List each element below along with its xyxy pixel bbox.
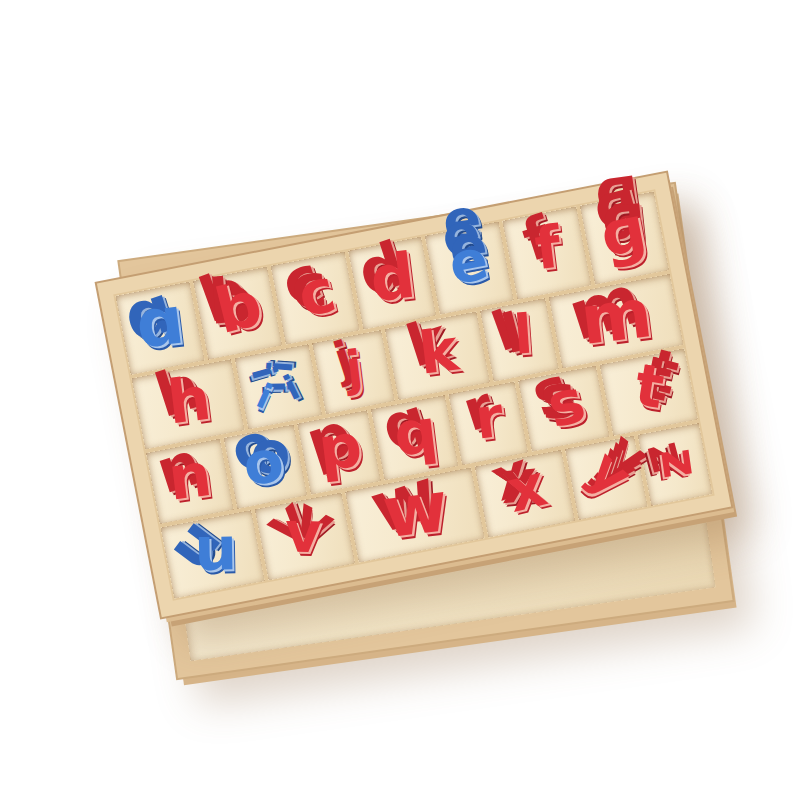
compartment-w: ww bbox=[346, 468, 485, 563]
letter-a-piece: ɑ bbox=[133, 287, 188, 358]
letter-k-piece: k bbox=[415, 320, 460, 382]
compartment-v: vvv bbox=[255, 493, 355, 580]
letter-l-piece: l bbox=[512, 307, 534, 362]
compartment-n: nn bbox=[146, 439, 233, 524]
compartment-y: yyyy bbox=[565, 436, 648, 520]
letter-n-piece: n bbox=[165, 444, 215, 509]
letter-d-piece: d bbox=[367, 244, 419, 311]
letter-y-piece: y bbox=[579, 442, 641, 506]
letter-v-piece: v bbox=[285, 505, 322, 562]
compartment-s: sss bbox=[519, 366, 610, 452]
letter-h-piece: h bbox=[164, 367, 214, 432]
letter-z-piece: z bbox=[653, 445, 707, 481]
compartment-b: bbb bbox=[193, 267, 282, 360]
compartment-t: ttt bbox=[600, 349, 698, 436]
letter-r-piece: r bbox=[472, 389, 506, 448]
letter-p-piece: p bbox=[315, 415, 365, 480]
compartment-x: xxx bbox=[475, 450, 575, 537]
letter-m-piece: m bbox=[577, 278, 656, 354]
letter-w-piece: w bbox=[379, 471, 452, 548]
compartment-c: ccc bbox=[270, 252, 359, 345]
compartment-u: uu bbox=[161, 510, 265, 598]
letter-u-piece: u bbox=[194, 519, 238, 580]
product-photo-montessori-alphabet-box: ɑɑbbbcccddeeeeffɡɡɡɡhhiiiiijjkklllmmnnoo… bbox=[0, 0, 800, 800]
